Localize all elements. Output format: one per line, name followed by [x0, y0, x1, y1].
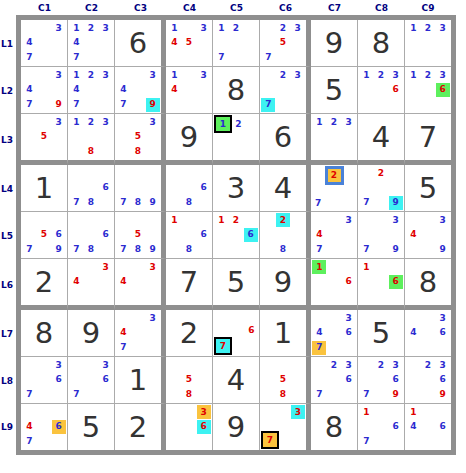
cell-L7C3[interactable]: 347	[115, 310, 166, 357]
candidate-L8C6-5[interactable]: 5	[280, 375, 286, 384]
candidate-L1C4-1[interactable]: 1	[171, 24, 177, 33]
cell-L6C9[interactable]: 8	[405, 259, 451, 310]
cell-L6C7[interactable]: 16	[311, 259, 358, 310]
candidate-L2C9-3[interactable]: 3	[440, 71, 446, 80]
cell-L6C8[interactable]: 16	[358, 259, 405, 310]
candidate-L5C7-4[interactable]: 4	[316, 230, 322, 239]
candidate-L2C3-4[interactable]: 4	[120, 85, 126, 94]
candidate-L5C9-3[interactable]: 3	[440, 216, 446, 225]
candidate-L5C3-5[interactable]: 5	[135, 230, 141, 239]
cell-L1C3[interactable]: 6	[115, 20, 166, 67]
value-L6C1: 2	[21, 259, 67, 305]
candidate-L7C3-3[interactable]: 3	[150, 314, 156, 323]
cell-L7C6[interactable]: 1	[260, 310, 311, 357]
cell-L1C9[interactable]: 123	[405, 20, 451, 67]
value-L9C5: 9	[213, 404, 259, 450]
cell-L6C6[interactable]: 9	[260, 259, 311, 310]
candidate-L7C9-4[interactable]: 4	[410, 328, 416, 337]
cell-L9C3[interactable]: 2	[115, 404, 166, 450]
candidate-L1C4-5[interactable]: 5	[186, 38, 192, 47]
candidate-L8C2-3[interactable]: 3	[103, 361, 109, 370]
candidate-L9C1-4[interactable]: 4	[26, 422, 32, 431]
candidate-L2C2-7[interactable]: 7	[73, 100, 79, 109]
candidate-L8C8-6[interactable]: 6	[393, 375, 399, 384]
candidate-L3C3-3[interactable]: 3	[150, 118, 156, 127]
cell-L9C1[interactable]: 467	[21, 404, 68, 450]
candidate-grid-L5C2: 678	[68, 212, 114, 258]
cell-L2C4[interactable]: 134	[166, 67, 213, 114]
candidate-L8C8-9[interactable]: 9	[393, 390, 399, 399]
cell-L3C5[interactable]: 12	[213, 114, 260, 165]
candidate-L2C1-7[interactable]: 7	[26, 100, 32, 109]
column-label-C2: C2	[68, 0, 115, 15]
candidate-L5C5-2[interactable]: 2	[233, 216, 239, 225]
candidate-L2C6-7[interactable]: 7	[261, 98, 275, 112]
candidate-grid-L3C5: 12	[213, 114, 259, 160]
value-L1C8: 8	[358, 20, 404, 66]
value-L3C4: 9	[166, 114, 212, 160]
cell-L2C7[interactable]: 5	[311, 67, 358, 114]
candidate-L1C2-4[interactable]: 4	[73, 38, 79, 47]
column-label-C1: C1	[21, 0, 68, 15]
cell-L8C6[interactable]: 58	[260, 357, 311, 404]
cell-L1C2[interactable]: 12347	[68, 20, 115, 67]
cell-L6C1[interactable]: 2	[21, 259, 68, 310]
cell-L5C9[interactable]: 349	[405, 212, 451, 259]
candidate-L1C6-7[interactable]: 7	[265, 53, 271, 62]
candidate-L1C4-4[interactable]: 4	[171, 38, 177, 47]
candidate-L4C2-7[interactable]: 7	[73, 198, 79, 207]
cell-L7C9[interactable]: 346	[405, 310, 451, 357]
cell-L4C2[interactable]: 678	[68, 165, 115, 212]
candidate-L2C1-3[interactable]: 3	[56, 71, 62, 80]
candidate-L2C3-3[interactable]: 3	[150, 71, 156, 80]
candidate-L3C2-3[interactable]: 3	[103, 118, 109, 127]
candidate-L5C1-9[interactable]: 9	[56, 245, 62, 254]
candidate-L4C8-2[interactable]: 2	[378, 169, 384, 178]
candidate-L4C8-9[interactable]: 9	[389, 196, 403, 210]
candidate-L2C1-4[interactable]: 4	[26, 85, 32, 94]
candidate-grid-L2C8: 1236	[358, 67, 404, 113]
cell-L4C7[interactable]: 27	[311, 165, 358, 212]
candidate-grid-L6C2: 34	[68, 259, 114, 305]
cell-L7C7[interactable]: 3467	[311, 310, 358, 357]
candidate-L1C6-5[interactable]: 5	[280, 38, 286, 47]
candidate-L2C2-4[interactable]: 4	[73, 85, 79, 94]
candidate-L2C4-3[interactable]: 3	[201, 71, 207, 80]
candidate-L5C6-2[interactable]: 2	[276, 213, 290, 227]
value-L3C6: 6	[260, 114, 306, 160]
candidate-grid-L7C9: 346	[405, 310, 451, 356]
candidate-L5C5-6[interactable]: 6	[244, 228, 258, 242]
candidate-L5C1-7[interactable]: 7	[26, 245, 32, 254]
candidate-L9C6-7[interactable]: 7	[261, 431, 279, 449]
candidate-L9C8-1[interactable]: 1	[363, 408, 369, 417]
candidate-grid-L8C6: 58	[260, 357, 306, 403]
value-L3C8: 4	[358, 114, 404, 160]
cell-L3C8[interactable]: 4	[358, 114, 405, 165]
candidate-L8C2-6[interactable]: 6	[103, 375, 109, 384]
candidate-L2C1-9[interactable]: 9	[56, 100, 62, 109]
candidate-L4C3-7[interactable]: 7	[120, 198, 126, 207]
candidate-L5C2-6[interactable]: 6	[103, 230, 109, 239]
cell-L3C7[interactable]: 123	[311, 114, 358, 165]
candidate-L7C7-4[interactable]: 4	[316, 328, 322, 337]
candidate-L1C5-2[interactable]: 2	[233, 24, 239, 33]
candidate-L5C7-7[interactable]: 7	[316, 245, 322, 254]
cell-L1C7[interactable]: 9	[311, 20, 358, 67]
candidate-L6C7-1[interactable]: 1	[312, 260, 326, 274]
candidate-L8C2-7[interactable]: 7	[73, 390, 79, 399]
candidate-grid-L4C4: 68	[166, 165, 212, 211]
cell-L9C6[interactable]: 37	[260, 404, 311, 450]
candidate-grid-L4C7: 27	[311, 165, 357, 211]
cell-L1C4[interactable]: 1345	[166, 20, 213, 67]
value-L9C2: 5	[68, 404, 114, 450]
candidate-L3C2-1[interactable]: 1	[73, 118, 79, 127]
cell-L2C2[interactable]: 12347	[68, 67, 115, 114]
candidate-L8C1-6[interactable]: 6	[56, 375, 62, 384]
cell-L5C5[interactable]: 126	[213, 212, 260, 259]
row-label-L5: L5	[0, 212, 16, 259]
candidate-L6C7-6[interactable]: 6	[346, 277, 352, 286]
candidate-L2C9-6[interactable]: 6	[436, 83, 450, 97]
candidate-grid-L1C4: 1345	[166, 20, 212, 66]
candidate-L5C4-8[interactable]: 8	[186, 245, 192, 254]
cell-L3C9[interactable]: 7	[405, 114, 451, 165]
candidate-L8C8-2[interactable]: 2	[378, 361, 384, 370]
candidate-L8C4-8[interactable]: 8	[186, 390, 192, 399]
candidate-grid-L3C1: 35	[21, 114, 67, 160]
cell-L4C3[interactable]: 789	[115, 165, 166, 212]
candidate-L9C8-7[interactable]: 7	[363, 437, 369, 446]
candidate-L2C8-2[interactable]: 2	[378, 71, 384, 80]
cell-L2C5[interactable]: 8	[213, 67, 260, 114]
candidate-grid-L2C2: 12347	[68, 67, 114, 113]
candidate-L4C8-7[interactable]: 7	[363, 198, 369, 207]
candidate-L1C2-2[interactable]: 2	[88, 24, 94, 33]
candidate-L4C2-8[interactable]: 8	[88, 198, 94, 207]
row-label-L1: L1	[0, 20, 16, 67]
cell-L3C6[interactable]: 6	[260, 114, 311, 165]
candidate-L6C2-4[interactable]: 4	[73, 277, 79, 286]
candidate-grid-L8C8: 23679	[358, 357, 404, 403]
candidate-L5C8-3[interactable]: 3	[393, 216, 399, 225]
cell-L1C1[interactable]: 347	[21, 20, 68, 67]
candidate-L6C3-4[interactable]: 4	[120, 277, 126, 286]
cell-L8C9[interactable]: 2369	[405, 357, 451, 404]
cell-L7C8[interactable]: 5	[358, 310, 405, 357]
cell-L5C3[interactable]: 5789	[115, 212, 166, 259]
value-L6C5: 5	[213, 259, 259, 305]
candidate-L1C2-7[interactable]: 7	[73, 53, 79, 62]
value-L2C5: 8	[213, 67, 259, 113]
row-label-L3: L3	[0, 114, 16, 165]
corner-spacer	[0, 0, 16, 15]
candidate-L9C4-6[interactable]: 6	[197, 420, 211, 434]
cell-L8C5[interactable]: 4	[213, 357, 260, 404]
candidate-L2C2-3[interactable]: 3	[103, 71, 109, 80]
candidate-grid-L8C4: 58	[166, 357, 212, 403]
candidate-L4C7-2[interactable]: 2	[325, 166, 344, 185]
row-label-L2: L2	[0, 67, 16, 114]
candidate-grid-L6C7: 16	[311, 259, 357, 305]
candidate-L1C1-4[interactable]: 4	[26, 38, 32, 47]
candidate-grid-L1C6: 2357	[260, 20, 306, 66]
candidate-L9C1-7[interactable]: 7	[26, 437, 32, 446]
cell-L4C9[interactable]: 5	[405, 165, 451, 212]
candidate-L8C4-5[interactable]: 5	[186, 375, 192, 384]
candidate-L8C1-7[interactable]: 7	[26, 390, 32, 399]
candidate-L2C9-1[interactable]: 1	[410, 71, 416, 80]
cell-L4C1[interactable]: 1	[21, 165, 68, 212]
candidate-L4C3-8[interactable]: 8	[135, 198, 141, 207]
candidate-L8C7-6[interactable]: 6	[346, 375, 352, 384]
candidate-L5C9-9[interactable]: 9	[440, 245, 446, 254]
value-L4C5: 3	[213, 165, 259, 211]
value-L9C3: 2	[115, 404, 161, 450]
candidate-L2C6-3[interactable]: 3	[295, 71, 301, 80]
candidate-L1C9-1[interactable]: 1	[410, 24, 416, 33]
value-L1C7: 9	[311, 20, 357, 66]
candidate-L9C1-6[interactable]: 6	[52, 420, 66, 434]
cell-L4C4[interactable]: 68	[166, 165, 213, 212]
candidate-L2C2-2[interactable]: 2	[88, 71, 94, 80]
cell-L7C1[interactable]: 8	[21, 310, 68, 357]
candidate-L3C3-5[interactable]: 5	[135, 132, 141, 141]
cell-L5C7[interactable]: 347	[311, 212, 358, 259]
cell-L4C6[interactable]: 4	[260, 165, 311, 212]
cell-L7C5[interactable]: 67	[213, 310, 260, 357]
candidate-L9C9-6[interactable]: 6	[440, 422, 446, 431]
candidate-L3C5-1[interactable]: 1	[214, 115, 232, 133]
candidate-L2C3-9[interactable]: 9	[146, 98, 160, 112]
candidate-L8C1-3[interactable]: 3	[56, 361, 62, 370]
candidate-L5C5-1[interactable]: 1	[218, 216, 224, 225]
candidate-L2C4-4[interactable]: 4	[171, 85, 177, 94]
candidate-L3C3-8[interactable]: 8	[135, 147, 141, 156]
value-L7C2: 9	[68, 310, 114, 356]
cell-L2C8[interactable]: 1236	[358, 67, 405, 114]
candidate-L2C6-2[interactable]: 2	[280, 71, 286, 80]
candidate-grid-L4C8: 279	[358, 165, 404, 211]
candidate-L1C9-2[interactable]: 2	[425, 24, 431, 33]
candidate-L7C7-6[interactable]: 6	[346, 328, 352, 337]
candidate-grid-L5C3: 5789	[115, 212, 161, 258]
candidate-L4C4-6[interactable]: 6	[201, 183, 207, 192]
candidate-L2C8-3[interactable]: 3	[393, 71, 399, 80]
cell-L9C7[interactable]: 8	[311, 404, 358, 450]
cell-L3C2[interactable]: 1238	[68, 114, 115, 165]
candidate-L8C7-3[interactable]: 3	[346, 361, 352, 370]
value-L6C9: 8	[405, 259, 451, 305]
cell-L4C8[interactable]: 279	[358, 165, 405, 212]
candidate-L4C7-7[interactable]: 7	[315, 199, 321, 208]
candidate-L7C9-6[interactable]: 6	[440, 328, 446, 337]
candidate-L8C8-3[interactable]: 3	[393, 361, 399, 370]
candidate-L7C9-3[interactable]: 3	[440, 314, 446, 323]
cell-L6C2[interactable]: 34	[68, 259, 115, 310]
cell-L8C4[interactable]: 58	[166, 357, 213, 404]
cell-L9C5[interactable]: 9	[213, 404, 260, 450]
candidate-L3C7-1[interactable]: 1	[316, 118, 322, 127]
candidate-L9C8-6[interactable]: 6	[393, 422, 399, 431]
cell-L9C4[interactable]: 36	[166, 404, 213, 450]
candidate-L5C8-7[interactable]: 7	[363, 245, 369, 254]
candidate-L5C8-9[interactable]: 9	[393, 245, 399, 254]
cell-L3C3[interactable]: 358	[115, 114, 166, 165]
cell-L5C2[interactable]: 678	[68, 212, 115, 259]
candidate-L7C3-7[interactable]: 7	[120, 343, 126, 352]
candidate-L9C9-1[interactable]: 1	[410, 408, 416, 417]
value-L3C9: 7	[405, 114, 451, 160]
cell-L3C4[interactable]: 9	[166, 114, 213, 165]
candidate-L7C3-4[interactable]: 4	[120, 328, 126, 337]
candidate-L7C7-3[interactable]: 3	[346, 314, 352, 323]
candidate-L6C8-6[interactable]: 6	[389, 275, 403, 289]
candidate-L9C6-3[interactable]: 3	[291, 405, 305, 419]
candidate-L2C8-6[interactable]: 6	[393, 85, 399, 94]
column-label-C4: C4	[166, 0, 213, 15]
candidate-L5C6-8[interactable]: 8	[280, 245, 286, 254]
candidate-L5C2-8[interactable]: 8	[88, 245, 94, 254]
candidate-L4C3-9[interactable]: 9	[150, 198, 156, 207]
cell-L7C2[interactable]: 9	[68, 310, 115, 357]
candidate-L8C7-2[interactable]: 2	[331, 361, 337, 370]
candidate-L1C6-3[interactable]: 3	[295, 24, 301, 33]
candidate-L5C4-6[interactable]: 6	[201, 230, 207, 239]
candidate-L5C2-7[interactable]: 7	[73, 245, 79, 254]
candidate-L1C1-7[interactable]: 7	[26, 53, 32, 62]
candidate-L5C1-6[interactable]: 6	[56, 230, 62, 239]
candidate-L6C8-1[interactable]: 1	[363, 263, 369, 272]
candidate-L3C1-5[interactable]: 5	[41, 132, 47, 141]
candidate-L3C7-3[interactable]: 3	[346, 118, 352, 127]
value-L4C9: 5	[405, 165, 451, 211]
candidate-L3C2-2[interactable]: 2	[88, 118, 94, 127]
candidate-L5C9-4[interactable]: 4	[410, 230, 416, 239]
value-L7C4: 2	[166, 310, 212, 356]
cell-L8C7[interactable]: 2367	[311, 357, 358, 404]
candidate-L7C5-6[interactable]: 6	[248, 326, 254, 335]
cell-L6C3[interactable]: 34	[115, 259, 166, 310]
candidate-L4C4-8[interactable]: 8	[186, 198, 192, 207]
candidate-L2C3-7[interactable]: 7	[120, 100, 126, 109]
cell-L2C6[interactable]: 237	[260, 67, 311, 114]
candidate-L8C6-8[interactable]: 8	[280, 390, 286, 399]
candidate-L2C8-1[interactable]: 1	[363, 71, 369, 80]
candidate-L3C1-3[interactable]: 3	[56, 118, 62, 127]
candidate-L2C2-1[interactable]: 1	[73, 71, 79, 80]
column-label-C9: C9	[405, 0, 451, 15]
column-label-C6: C6	[260, 0, 311, 15]
cell-L4C5[interactable]: 3	[213, 165, 260, 212]
candidate-L6C3-3[interactable]: 3	[150, 263, 156, 272]
candidate-L9C4-3[interactable]: 3	[197, 405, 211, 419]
value-L7C1: 8	[21, 310, 67, 356]
cell-L2C1[interactable]: 3479	[21, 67, 68, 114]
candidate-L4C2-6[interactable]: 6	[103, 183, 109, 192]
cell-L8C2[interactable]: 367	[68, 357, 115, 404]
cell-L9C8[interactable]: 167	[358, 404, 405, 450]
candidate-L8C7-7[interactable]: 7	[316, 390, 322, 399]
row-headers: L1L2L3L4L5L6L7L8L9	[0, 15, 16, 455]
cell-L3C1[interactable]: 35	[21, 114, 68, 165]
cell-L5C4[interactable]: 168	[166, 212, 213, 259]
candidate-L5C3-8[interactable]: 8	[135, 245, 141, 254]
cell-L5C1[interactable]: 5679	[21, 212, 68, 259]
candidate-L3C7-2[interactable]: 2	[331, 118, 337, 127]
row-label-L7: L7	[0, 310, 16, 357]
candidate-L5C7-3[interactable]: 3	[346, 216, 352, 225]
cell-L9C2[interactable]: 5	[68, 404, 115, 450]
candidate-L1C2-1[interactable]: 1	[73, 24, 79, 33]
candidate-L8C9-9[interactable]: 9	[440, 390, 446, 399]
candidate-grid-L7C3: 347	[115, 310, 161, 356]
candidate-L1C6-2[interactable]: 2	[280, 24, 286, 33]
candidate-L1C5-7[interactable]: 7	[218, 53, 224, 62]
cell-L8C8[interactable]: 23679	[358, 357, 405, 404]
candidate-grid-L9C1: 467	[21, 404, 67, 450]
candidate-L8C9-3[interactable]: 3	[440, 361, 446, 370]
candidate-L1C4-3[interactable]: 3	[201, 24, 207, 33]
candidate-grid-L7C5: 67	[213, 310, 259, 356]
cell-L2C9[interactable]: 1236	[405, 67, 451, 114]
value-L7C8: 5	[358, 310, 404, 356]
candidate-L8C8-7[interactable]: 7	[363, 390, 369, 399]
cell-L1C6[interactable]: 2357	[260, 20, 311, 67]
candidate-L3C5-2[interactable]: 2	[235, 120, 241, 129]
candidate-L5C3-7[interactable]: 7	[120, 245, 126, 254]
candidate-grid-L5C5: 126	[213, 212, 259, 258]
candidate-L5C4-1[interactable]: 1	[171, 216, 177, 225]
candidate-L7C7-7[interactable]: 7	[312, 341, 326, 355]
candidate-L6C2-3[interactable]: 3	[103, 263, 109, 272]
candidate-L3C2-8[interactable]: 8	[88, 147, 94, 156]
value-L1C3: 6	[115, 20, 161, 66]
candidate-L1C2-3[interactable]: 3	[103, 24, 109, 33]
candidate-L2C4-1[interactable]: 1	[171, 71, 177, 80]
cell-L8C1[interactable]: 367	[21, 357, 68, 404]
candidate-L5C3-9[interactable]: 9	[150, 245, 156, 254]
cell-L1C5[interactable]: 127	[213, 20, 260, 67]
candidate-L8C9-2[interactable]: 2	[425, 361, 431, 370]
candidate-L7C5-7[interactable]: 7	[214, 337, 232, 355]
candidate-L2C9-2[interactable]: 2	[425, 71, 431, 80]
candidate-grid-L2C6: 237	[260, 67, 306, 113]
value-L6C6: 9	[260, 259, 306, 305]
candidate-grid-L9C9: 146	[405, 404, 451, 450]
cell-L7C4[interactable]: 2	[166, 310, 213, 357]
cell-L6C4[interactable]: 7	[166, 259, 213, 310]
cell-L6C5[interactable]: 5	[213, 259, 260, 310]
cell-L1C8[interactable]: 8	[358, 20, 405, 67]
candidate-L1C5-1[interactable]: 1	[218, 24, 224, 33]
cell-L2C3[interactable]: 3479	[115, 67, 166, 114]
cell-L9C9[interactable]: 146	[405, 404, 451, 450]
value-L7C6: 1	[260, 310, 306, 356]
candidate-L1C1-3[interactable]: 3	[56, 24, 62, 33]
candidate-L9C9-4[interactable]: 4	[410, 422, 416, 431]
candidate-L5C1-5[interactable]: 5	[41, 230, 47, 239]
cell-L5C6[interactable]: 28	[260, 212, 311, 259]
value-L4C6: 4	[260, 165, 306, 211]
cell-L8C3[interactable]: 1	[115, 357, 166, 404]
candidate-L8C9-6[interactable]: 6	[440, 375, 446, 384]
value-L8C3: 1	[115, 357, 161, 403]
candidate-L1C9-3[interactable]: 3	[440, 24, 446, 33]
cell-L5C8[interactable]: 379	[358, 212, 405, 259]
